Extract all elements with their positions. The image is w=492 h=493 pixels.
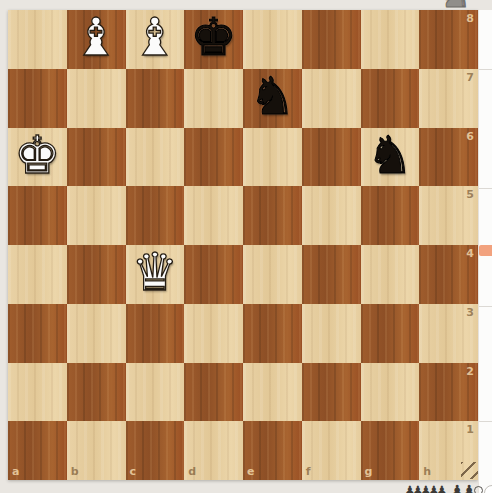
square-b4[interactable]	[67, 245, 126, 304]
square-h6[interactable]: 6	[419, 128, 478, 187]
square-e4[interactable]	[243, 245, 302, 304]
rank-label-7: 7	[466, 72, 474, 83]
square-g5[interactable]	[361, 186, 420, 245]
square-d1[interactable]: d	[184, 421, 243, 480]
square-b3[interactable]	[67, 304, 126, 363]
square-e7[interactable]: ♞	[243, 69, 302, 128]
square-g8[interactable]	[361, 10, 420, 69]
square-a5[interactable]	[8, 186, 67, 245]
resize-handle-icon[interactable]	[461, 462, 478, 479]
square-c8[interactable]: ♝	[126, 10, 185, 69]
panel-scroll-marker[interactable]	[479, 245, 492, 256]
chess-board[interactable]: ♝♝♚8♞7♚♞65♛432abcdefgh1	[8, 10, 478, 480]
rank-label-8: 8	[466, 13, 474, 24]
black-knight-e7[interactable]: ♞	[249, 70, 296, 122]
square-g2[interactable]	[361, 363, 420, 422]
square-c6[interactable]	[126, 128, 185, 187]
panel-row-divider-0	[479, 69, 492, 70]
side-panel	[478, 10, 492, 493]
black-king-d8[interactable]: ♚	[190, 11, 237, 63]
white-bishop-c8[interactable]: ♝	[132, 11, 179, 63]
square-f1[interactable]: f	[302, 421, 361, 480]
square-f8[interactable]	[302, 10, 361, 69]
captured-pieces-tray: ♟♟♟♟♟♟♟	[0, 481, 492, 493]
page: ♞ ♝♝♚8♞7♚♞65♛432abcdefgh1 ♟♟♟♟♟♟♟	[0, 0, 492, 493]
square-h3[interactable]: 3	[419, 304, 478, 363]
black-knight-g6[interactable]: ♞	[367, 129, 414, 181]
white-queen-c4[interactable]: ♛	[132, 246, 179, 298]
rank-label-3: 3	[466, 307, 474, 318]
square-h2[interactable]: 2	[419, 363, 478, 422]
square-g1[interactable]: g	[361, 421, 420, 480]
square-e5[interactable]	[243, 186, 302, 245]
square-b8[interactable]: ♝	[67, 10, 126, 69]
square-f5[interactable]	[302, 186, 361, 245]
file-label-c: c	[130, 466, 137, 477]
square-g7[interactable]	[361, 69, 420, 128]
file-label-h: h	[423, 466, 431, 477]
square-h7[interactable]: 7	[419, 69, 478, 128]
rank-label-1: 1	[466, 424, 474, 435]
square-a7[interactable]	[8, 69, 67, 128]
square-b7[interactable]	[67, 69, 126, 128]
file-label-f: f	[306, 466, 311, 477]
square-h4[interactable]: 4	[419, 245, 478, 304]
file-label-d: d	[188, 466, 196, 477]
square-d2[interactable]	[184, 363, 243, 422]
white-bishop-b8[interactable]: ♝	[73, 11, 120, 63]
square-g3[interactable]	[361, 304, 420, 363]
rank-label-4: 4	[466, 248, 474, 259]
panel-row-divider-3	[479, 421, 492, 422]
square-h5[interactable]: 5	[419, 186, 478, 245]
square-a6[interactable]: ♚	[8, 128, 67, 187]
rank-label-2: 2	[466, 366, 474, 377]
corner-bubble-icon	[484, 485, 492, 493]
square-a8[interactable]	[8, 10, 67, 69]
square-d6[interactable]	[184, 128, 243, 187]
rank-label-5: 5	[466, 189, 474, 200]
square-g4[interactable]	[361, 245, 420, 304]
square-b5[interactable]	[67, 186, 126, 245]
square-b1[interactable]: b	[67, 421, 126, 480]
square-c1[interactable]: c	[126, 421, 185, 480]
panel-row-divider-1	[479, 188, 492, 189]
white-king-a6[interactable]: ♚	[14, 129, 61, 181]
square-d8[interactable]: ♚	[184, 10, 243, 69]
square-e1[interactable]: e	[243, 421, 302, 480]
square-c2[interactable]	[126, 363, 185, 422]
square-f6[interactable]	[302, 128, 361, 187]
file-label-g: g	[365, 466, 373, 477]
square-e2[interactable]	[243, 363, 302, 422]
square-g6[interactable]: ♞	[361, 128, 420, 187]
circle-outline-icon	[474, 486, 483, 493]
square-f4[interactable]	[302, 245, 361, 304]
square-d5[interactable]	[184, 186, 243, 245]
square-a2[interactable]	[8, 363, 67, 422]
square-a3[interactable]	[8, 304, 67, 363]
square-b2[interactable]	[67, 363, 126, 422]
square-e6[interactable]	[243, 128, 302, 187]
square-a1[interactable]: a	[8, 421, 67, 480]
rank-label-6: 6	[466, 131, 474, 142]
square-c7[interactable]	[126, 69, 185, 128]
square-f3[interactable]	[302, 304, 361, 363]
square-a4[interactable]	[8, 245, 67, 304]
captured-pawn-icon: ♟	[436, 484, 448, 493]
square-c4[interactable]: ♛	[126, 245, 185, 304]
square-h8[interactable]: 8	[419, 10, 478, 69]
file-label-a: a	[12, 466, 19, 477]
square-e8[interactable]	[243, 10, 302, 69]
square-f7[interactable]	[302, 69, 361, 128]
square-d4[interactable]	[184, 245, 243, 304]
file-label-e: e	[247, 466, 254, 477]
square-c5[interactable]	[126, 186, 185, 245]
square-d3[interactable]	[184, 304, 243, 363]
square-b6[interactable]	[67, 128, 126, 187]
panel-row-divider-2	[479, 306, 492, 307]
file-label-b: b	[71, 466, 79, 477]
square-d7[interactable]	[184, 69, 243, 128]
square-f2[interactable]	[302, 363, 361, 422]
square-e3[interactable]	[243, 304, 302, 363]
square-c3[interactable]	[126, 304, 185, 363]
